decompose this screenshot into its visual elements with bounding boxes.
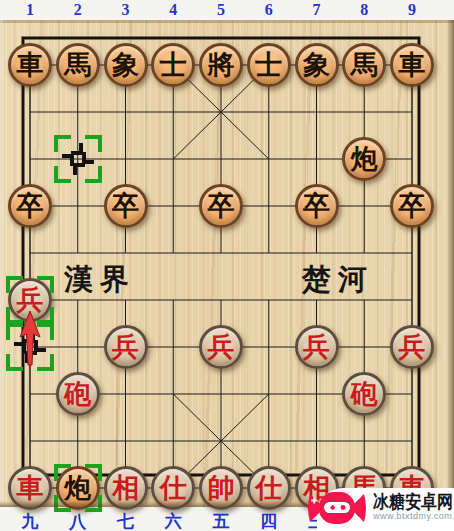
piece-black-8-1[interactable]: 馬 <box>342 43 386 87</box>
piece-red-5-7[interactable]: 兵 <box>199 325 243 369</box>
coord-label-top-7: 7 <box>313 1 321 19</box>
coord-label-top-3: 3 <box>122 1 130 19</box>
piece-black-6-1[interactable]: 士 <box>247 43 291 87</box>
piece-red-7-7[interactable]: 兵 <box>295 325 339 369</box>
piece-red-1-10[interactable]: 車 <box>8 466 52 510</box>
piece-black-3-4[interactable]: 卒 <box>104 184 148 228</box>
coord-label-bottom-2: 八 <box>69 510 86 531</box>
piece-black-9-1[interactable]: 車 <box>390 43 434 87</box>
coord-label-top-1: 1 <box>26 1 34 19</box>
river-label-right: 楚河 <box>302 260 374 300</box>
piece-red-4-10[interactable]: 仕 <box>151 466 195 510</box>
coord-label-bottom-1: 九 <box>22 510 39 531</box>
piece-red-1-6[interactable]: 兵 <box>8 278 52 322</box>
piece-black-1-4[interactable]: 卒 <box>8 184 52 228</box>
coord-label-bottom-6: 四 <box>260 510 277 531</box>
xiangqi-app-screen: 123456789 漢界 楚河 車馬象士將士象馬車炮卒卒卒卒卒炮兵兵兵兵兵砲砲車… <box>0 0 454 531</box>
piece-black-2-1[interactable]: 馬 <box>56 43 100 87</box>
coord-label-bottom-4: 六 <box>165 510 182 531</box>
piece-black-1-1[interactable]: 車 <box>8 43 52 87</box>
piece-black-4-1[interactable]: 士 <box>151 43 195 87</box>
piece-red-6-10[interactable]: 仕 <box>247 466 291 510</box>
piece-red-9-7[interactable]: 兵 <box>390 325 434 369</box>
piece-black-7-1[interactable]: 象 <box>295 43 339 87</box>
piece-red-8-8[interactable]: 砲 <box>342 372 386 416</box>
coord-label-top-6: 6 <box>265 1 273 19</box>
piece-red-2-8[interactable]: 砲 <box>56 372 100 416</box>
piece-black-8-3[interactable]: 炮 <box>342 137 386 181</box>
piece-black-7-4[interactable]: 卒 <box>295 184 339 228</box>
river-label-left: 漢界 <box>64 260 136 300</box>
coord-label-top-8: 8 <box>360 1 368 19</box>
top-coordinate-strip: 123456789 <box>0 0 454 20</box>
piece-black-5-4[interactable]: 卒 <box>199 184 243 228</box>
piece-black-3-1[interactable]: 象 <box>104 43 148 87</box>
coord-label-bottom-3: 七 <box>117 510 134 531</box>
watermark-url: www.btxtdmy.com <box>373 511 452 521</box>
piece-black-5-1[interactable]: 將 <box>199 43 243 87</box>
piece-black-2-10[interactable]: 炮 <box>56 466 100 510</box>
coord-label-top-5: 5 <box>217 1 225 19</box>
coord-label-top-2: 2 <box>74 1 82 19</box>
candy-logo-icon <box>306 487 368 530</box>
piece-red-5-10[interactable]: 帥 <box>199 466 243 510</box>
coord-label-bottom-5: 五 <box>213 510 230 531</box>
piece-black-9-4[interactable]: 卒 <box>390 184 434 228</box>
coord-label-top-4: 4 <box>169 1 177 19</box>
xiangqi-board[interactable]: 漢界 楚河 車馬象士將士象馬車炮卒卒卒卒卒炮兵兵兵兵兵砲砲車相仕帥仕相馬車 <box>0 20 454 507</box>
piece-red-3-7[interactable]: 兵 <box>104 325 148 369</box>
coord-label-top-9: 9 <box>408 1 416 19</box>
piece-red-3-10[interactable]: 相 <box>104 466 148 510</box>
